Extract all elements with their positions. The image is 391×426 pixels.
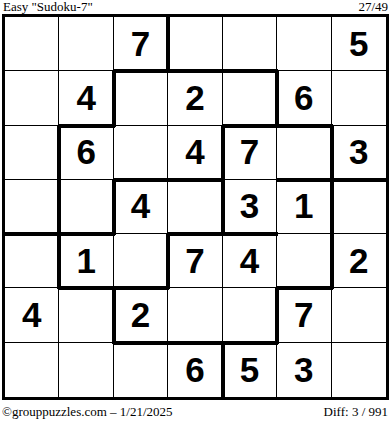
sudoku-board: 7542664734311742427653 bbox=[2, 14, 389, 400]
region-border-h bbox=[167, 69, 223, 73]
region-border-v bbox=[57, 233, 61, 289]
cell-r3c4: 4 bbox=[168, 126, 222, 180]
cell-r7c5: 5 bbox=[223, 343, 277, 397]
cell-r2c7 bbox=[332, 71, 386, 125]
cell-r5c4: 7 bbox=[168, 234, 222, 288]
page-header: Easy "Sudoku-7" 27/49 bbox=[0, 0, 391, 14]
region-border-v bbox=[330, 125, 334, 181]
cell-r4c4 bbox=[168, 180, 222, 234]
region-border-h bbox=[331, 178, 387, 182]
region-border-h bbox=[222, 341, 278, 345]
cell-r1c1 bbox=[5, 17, 59, 71]
cell-r1c4 bbox=[168, 17, 222, 71]
cell-r6c4 bbox=[168, 288, 222, 342]
puzzle-counter: 27/49 bbox=[358, 0, 388, 14]
region-border-h bbox=[113, 178, 169, 182]
cell-r7c6: 3 bbox=[277, 343, 331, 397]
cell-r7c1 bbox=[5, 343, 59, 397]
copyright-credit: ©grouppuzzles.com – 1/21/2025 bbox=[2, 404, 173, 420]
region-border-v bbox=[112, 287, 116, 343]
region-border-v bbox=[166, 16, 170, 72]
cell-r7c2 bbox=[59, 343, 113, 397]
cell-r6c2 bbox=[59, 288, 113, 342]
cell-r4c2 bbox=[59, 180, 113, 234]
cell-r6c3: 2 bbox=[114, 288, 168, 342]
puzzle-title: Easy "Sudoku-7" bbox=[3, 0, 93, 14]
cell-r5c6 bbox=[277, 234, 331, 288]
cell-r4c6: 1 bbox=[277, 180, 331, 234]
region-border-h bbox=[4, 232, 60, 236]
cell-r5c5: 4 bbox=[223, 234, 277, 288]
region-border-v bbox=[112, 70, 116, 126]
region-border-h bbox=[58, 124, 114, 128]
cell-r1c2 bbox=[59, 17, 113, 71]
region-border-v bbox=[330, 179, 334, 235]
cell-r7c7 bbox=[332, 343, 386, 397]
cell-r2c4: 2 bbox=[168, 71, 222, 125]
cell-r4c7 bbox=[332, 180, 386, 234]
cell-r6c6: 7 bbox=[277, 288, 331, 342]
cell-r2c1 bbox=[5, 71, 59, 125]
region-border-v bbox=[166, 233, 170, 289]
cell-r2c6: 6 bbox=[277, 71, 331, 125]
puzzle-page: Easy "Sudoku-7" 27/49 754266473431174242… bbox=[0, 0, 391, 426]
region-border-h bbox=[113, 69, 169, 73]
cell-r5c1 bbox=[5, 234, 59, 288]
region-border-h bbox=[167, 341, 223, 345]
region-border-h bbox=[222, 232, 278, 236]
cell-r7c4: 6 bbox=[168, 343, 222, 397]
cell-r6c5 bbox=[223, 288, 277, 342]
cell-r1c7: 5 bbox=[332, 17, 386, 71]
cell-r2c5 bbox=[223, 71, 277, 125]
cell-r5c3 bbox=[114, 234, 168, 288]
cell-r4c5: 3 bbox=[223, 180, 277, 234]
cell-r6c7 bbox=[332, 288, 386, 342]
region-border-v bbox=[275, 70, 279, 126]
cell-r1c5 bbox=[223, 17, 277, 71]
cell-r2c2: 4 bbox=[59, 71, 113, 125]
cell-r4c3: 4 bbox=[114, 180, 168, 234]
region-border-h bbox=[113, 341, 169, 345]
cell-r2c3 bbox=[114, 71, 168, 125]
region-border-v bbox=[57, 125, 61, 181]
cell-r1c3: 7 bbox=[114, 17, 168, 71]
region-border-v bbox=[221, 179, 225, 235]
cell-r4c1 bbox=[5, 180, 59, 234]
region-border-h bbox=[58, 286, 114, 290]
region-border-h bbox=[222, 124, 278, 128]
region-border-h bbox=[276, 178, 332, 182]
cell-r3c2: 6 bbox=[59, 126, 113, 180]
cell-r3c7: 3 bbox=[332, 126, 386, 180]
region-border-h bbox=[113, 286, 169, 290]
region-border-h bbox=[276, 286, 332, 290]
region-border-h bbox=[222, 69, 278, 73]
region-border-h bbox=[167, 232, 223, 236]
difficulty-rating: Diff: 3 / 991 bbox=[324, 404, 388, 420]
region-border-h bbox=[58, 232, 114, 236]
cell-r1c6 bbox=[277, 17, 331, 71]
region-border-h bbox=[167, 178, 223, 182]
cell-r3c5: 7 bbox=[223, 126, 277, 180]
region-border-v bbox=[112, 179, 116, 235]
region-border-v bbox=[221, 342, 225, 398]
region-border-v bbox=[57, 179, 61, 235]
cell-r3c6 bbox=[277, 126, 331, 180]
cell-r7c3 bbox=[114, 343, 168, 397]
cell-r6c1: 4 bbox=[5, 288, 59, 342]
cell-r5c7: 2 bbox=[332, 234, 386, 288]
cell-r5c2: 1 bbox=[59, 234, 113, 288]
region-border-v bbox=[330, 233, 334, 289]
cell-r3c3 bbox=[114, 126, 168, 180]
region-border-v bbox=[275, 287, 279, 343]
page-footer: ©grouppuzzles.com – 1/21/2025 Diff: 3 / … bbox=[0, 404, 391, 422]
region-border-v bbox=[221, 125, 225, 181]
region-border-h bbox=[276, 124, 332, 128]
cell-r3c1 bbox=[5, 126, 59, 180]
